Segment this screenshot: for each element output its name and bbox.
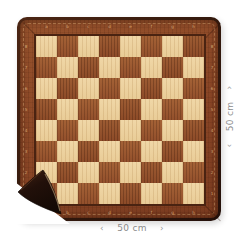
square-d6: [99, 78, 120, 99]
chevron-up-icon: ›: [225, 86, 234, 90]
rank-label: 3: [209, 144, 216, 159]
square-g4: [162, 120, 183, 141]
square-f4: [141, 120, 162, 141]
file-labels-bottom: abcdefgh: [36, 207, 204, 217]
square-d3: [99, 141, 120, 162]
square-f5: [141, 99, 162, 120]
square-e7: [120, 57, 141, 78]
square-a8: [36, 36, 57, 57]
rank-label: 5: [23, 102, 30, 117]
rank-label: 5: [209, 102, 216, 117]
square-f7: [141, 57, 162, 78]
square-d7: [99, 57, 120, 78]
square-g5: [162, 99, 183, 120]
square-a2: [36, 162, 57, 183]
file-label: d: [102, 209, 117, 216]
square-a1: [36, 183, 57, 204]
file-label: a: [39, 23, 54, 30]
file-label: a: [39, 209, 54, 216]
rank-label: 7: [23, 60, 30, 75]
square-d8: [99, 36, 120, 57]
square-a4: [36, 120, 57, 141]
square-e1: [120, 183, 141, 204]
square-b5: [57, 99, 78, 120]
square-c5: [78, 99, 99, 120]
product-image: abcdefgh abcdefgh 87654321 87654321 ‹ 50…: [0, 0, 240, 240]
square-a5: [36, 99, 57, 120]
frame-miter-seam: [203, 204, 221, 222]
file-label: b: [60, 23, 75, 30]
file-label: e: [123, 23, 138, 30]
square-e5: [120, 99, 141, 120]
square-h7: [183, 57, 204, 78]
square-e8: [120, 36, 141, 57]
file-label: f: [144, 23, 159, 30]
board-squares: [36, 36, 204, 204]
square-d5: [99, 99, 120, 120]
square-a7: [36, 57, 57, 78]
rank-label: 6: [23, 81, 30, 96]
square-f2: [141, 162, 162, 183]
square-e3: [120, 141, 141, 162]
square-a6: [36, 78, 57, 99]
square-c3: [78, 141, 99, 162]
width-dimension: ‹ 50 cm ›: [100, 221, 164, 235]
square-c7: [78, 57, 99, 78]
square-h6: [183, 78, 204, 99]
rank-labels-left: 87654321: [21, 36, 31, 204]
square-f6: [141, 78, 162, 99]
square-c6: [78, 78, 99, 99]
square-b2: [57, 162, 78, 183]
chevron-down-icon: ‹: [225, 144, 234, 148]
chevron-left-icon: ‹: [100, 224, 104, 233]
width-label: 50 cm: [117, 223, 147, 233]
file-label: e: [123, 209, 138, 216]
file-label: d: [102, 23, 117, 30]
square-h3: [183, 141, 204, 162]
rank-label: 1: [209, 186, 216, 201]
square-g2: [162, 162, 183, 183]
rank-label: 8: [209, 39, 216, 54]
rank-label: 2: [209, 165, 216, 180]
file-label: b: [60, 209, 75, 216]
square-b7: [57, 57, 78, 78]
square-b4: [57, 120, 78, 141]
square-c8: [78, 36, 99, 57]
square-c2: [78, 162, 99, 183]
square-h2: [183, 162, 204, 183]
square-e6: [120, 78, 141, 99]
square-h5: [183, 99, 204, 120]
rank-label: 4: [23, 123, 30, 138]
square-c1: [78, 183, 99, 204]
square-h1: [183, 183, 204, 204]
square-h4: [183, 120, 204, 141]
square-g8: [162, 36, 183, 57]
square-e4: [120, 120, 141, 141]
file-labels-top: abcdefgh: [36, 21, 204, 31]
square-a3: [36, 141, 57, 162]
rank-label: 3: [23, 144, 30, 159]
square-d4: [99, 120, 120, 141]
file-label: c: [81, 23, 96, 30]
square-f8: [141, 36, 162, 57]
square-g1: [162, 183, 183, 204]
rank-label: 2: [23, 165, 30, 180]
rank-label: 8: [23, 39, 30, 54]
square-d1: [99, 183, 120, 204]
square-g3: [162, 141, 183, 162]
file-label: f: [144, 209, 159, 216]
chess-board: abcdefgh abcdefgh 87654321 87654321: [17, 17, 221, 221]
square-b8: [57, 36, 78, 57]
square-g7: [162, 57, 183, 78]
square-h8: [183, 36, 204, 57]
rank-label: 6: [209, 81, 216, 96]
rank-label: 4: [209, 123, 216, 138]
rank-label: 1: [23, 186, 30, 201]
square-b3: [57, 141, 78, 162]
file-label: c: [81, 209, 96, 216]
rank-label: 7: [209, 60, 216, 75]
square-e2: [120, 162, 141, 183]
square-f3: [141, 141, 162, 162]
height-dimension: ‹ 50 cm ›: [223, 86, 236, 148]
file-label: g: [165, 209, 180, 216]
square-b6: [57, 78, 78, 99]
file-label: h: [186, 209, 201, 216]
square-f1: [141, 183, 162, 204]
file-label: g: [165, 23, 180, 30]
chevron-right-icon: ›: [160, 224, 164, 233]
square-c4: [78, 120, 99, 141]
height-label: 50 cm: [224, 102, 234, 132]
square-b1: [57, 183, 78, 204]
file-label: h: [186, 23, 201, 30]
square-g6: [162, 78, 183, 99]
rank-labels-right: 87654321: [207, 36, 217, 204]
square-d2: [99, 162, 120, 183]
